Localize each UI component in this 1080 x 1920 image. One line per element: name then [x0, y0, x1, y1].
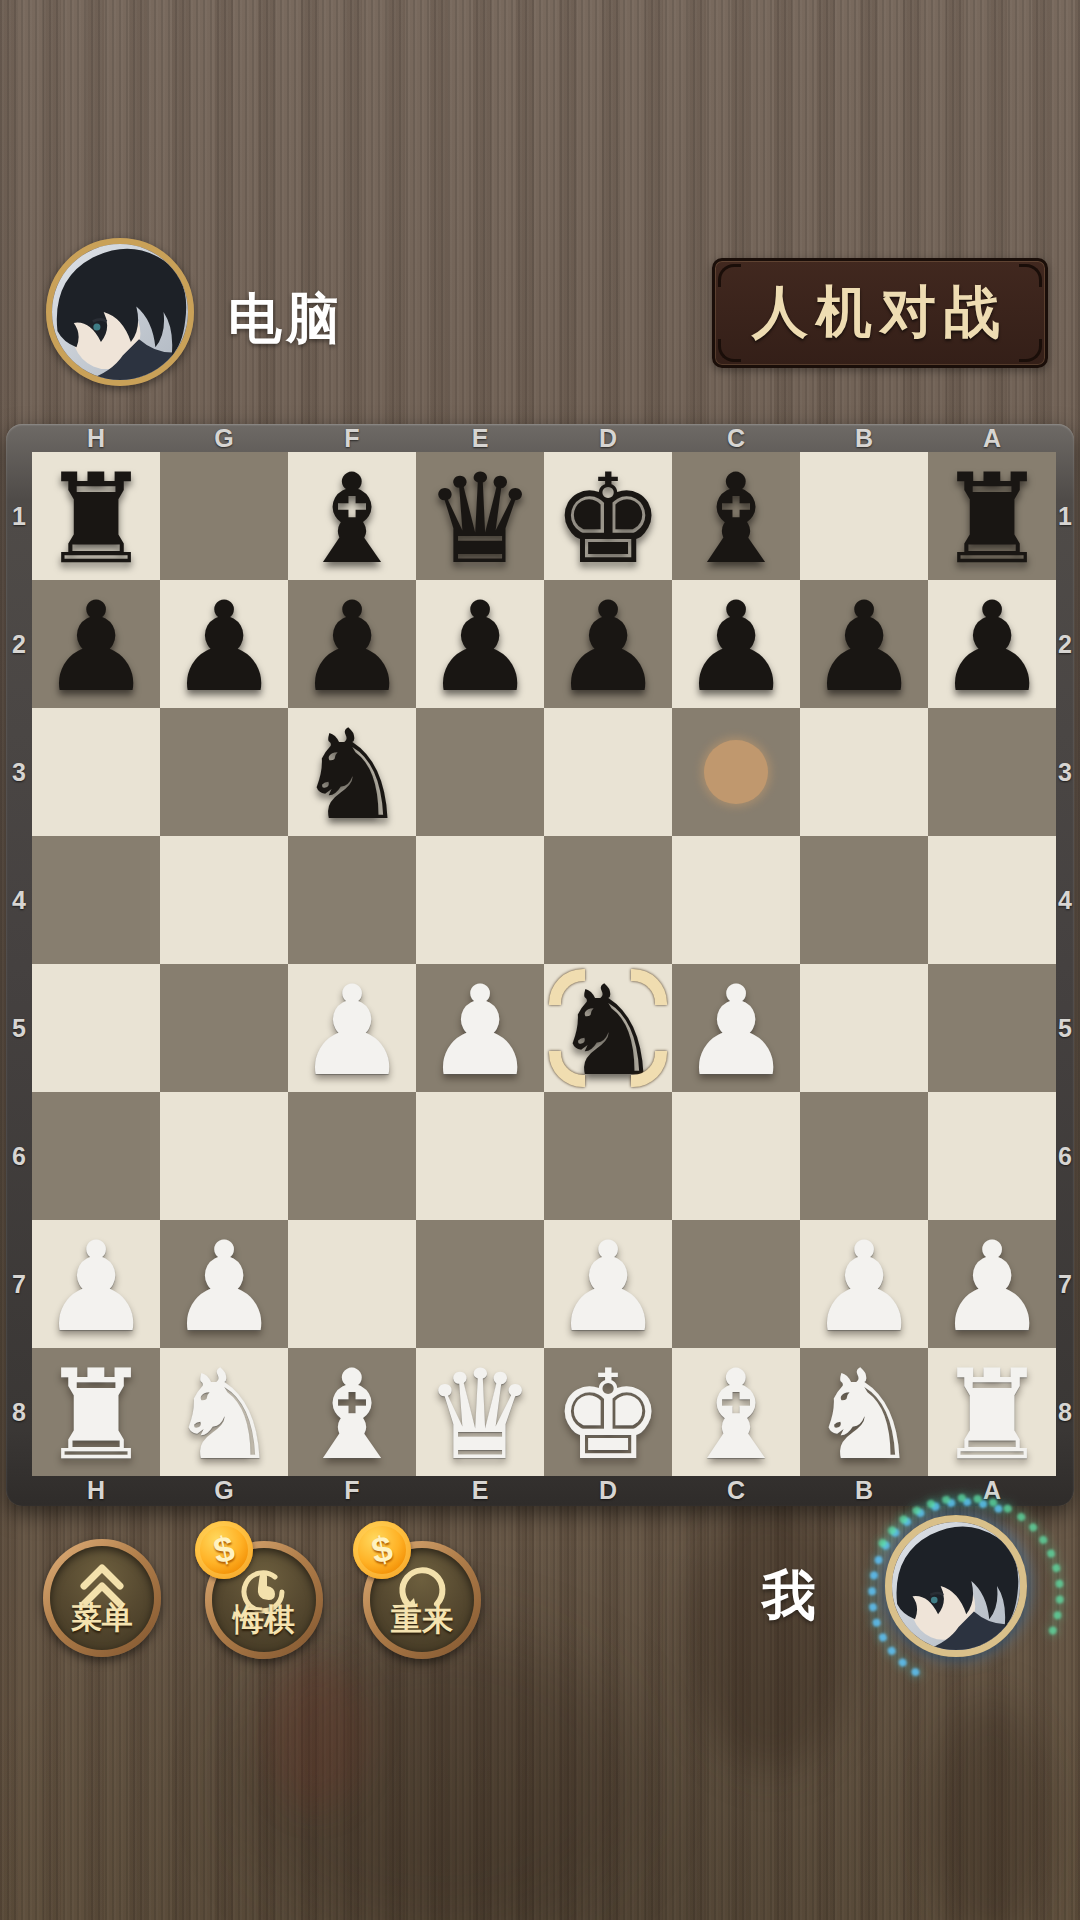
square-E2[interactable]: ♟: [416, 580, 544, 708]
piece-black-r[interactable]: ♜: [936, 457, 1047, 581]
square-D8[interactable]: ♚: [544, 1348, 672, 1476]
piece-black-p[interactable]: ♟: [296, 585, 407, 709]
coin-cost-badge: $: [195, 1521, 253, 1579]
square-H6[interactable]: [32, 1092, 160, 1220]
rank-label-8: 8: [6, 1348, 32, 1476]
rank-label-3: 3: [6, 708, 32, 836]
square-H2[interactable]: ♟: [32, 580, 160, 708]
square-D6[interactable]: [544, 1092, 672, 1220]
square-E1[interactable]: ♛: [416, 452, 544, 580]
piece-black-k[interactable]: ♚: [552, 457, 663, 581]
piece-white-n[interactable]: ♞: [168, 1353, 279, 1477]
square-D5[interactable]: ♞: [544, 964, 672, 1092]
square-F7[interactable]: [288, 1220, 416, 1348]
square-F8[interactable]: ♝: [288, 1348, 416, 1476]
opponent-name: 电脑: [228, 283, 344, 356]
piece-white-p[interactable]: ♟: [808, 1225, 919, 1349]
square-H8[interactable]: ♜: [32, 1348, 160, 1476]
menu-button-label: 菜单: [50, 1597, 154, 1639]
piece-white-p[interactable]: ♟: [424, 969, 535, 1093]
coin-cost-badge: $: [353, 1521, 411, 1579]
banner-corner-ornament: [718, 339, 741, 362]
undo-button-label: 悔棋: [212, 1599, 316, 1641]
square-E8[interactable]: ♛: [416, 1348, 544, 1476]
opponent-avatar[interactable]: [46, 238, 194, 386]
file-labels-top: HGFEDCBA: [32, 424, 1056, 452]
square-F5[interactable]: ♟: [288, 964, 416, 1092]
piece-black-p[interactable]: ♟: [40, 585, 151, 709]
undo-button[interactable]: 悔棋 $: [205, 1541, 323, 1659]
piece-white-p[interactable]: ♟: [936, 1225, 1047, 1349]
square-A3[interactable]: [928, 708, 1056, 836]
piece-black-n[interactable]: ♞: [552, 969, 663, 1093]
piece-black-p[interactable]: ♟: [680, 585, 791, 709]
rank-label-1: 1: [1056, 452, 1074, 580]
piece-white-r[interactable]: ♜: [40, 1353, 151, 1477]
square-B5[interactable]: [800, 964, 928, 1092]
square-A2[interactable]: ♟: [928, 580, 1056, 708]
square-A1[interactable]: ♜: [928, 452, 1056, 580]
rank-label-5: 5: [1056, 964, 1074, 1092]
square-H5[interactable]: [32, 964, 160, 1092]
square-F2[interactable]: ♟: [288, 580, 416, 708]
board-grid: ♜♝♛♚♝♜♟♟♟♟♟♟♟♟♞♟♟♞♟♟♟♟♟♟♜♞♝♛♚♝♞♜: [32, 452, 1056, 1476]
rank-label-8: 8: [1056, 1348, 1074, 1476]
square-B1[interactable]: [800, 452, 928, 580]
rank-label-7: 7: [6, 1220, 32, 1348]
rank-label-7: 7: [1056, 1220, 1074, 1348]
square-E6[interactable]: [416, 1092, 544, 1220]
square-C7[interactable]: [672, 1220, 800, 1348]
rank-label-6: 6: [6, 1092, 32, 1220]
piece-white-b[interactable]: ♝: [296, 1353, 407, 1477]
square-C2[interactable]: ♟: [672, 580, 800, 708]
square-C4[interactable]: [672, 836, 800, 964]
square-G5[interactable]: [160, 964, 288, 1092]
square-B2[interactable]: ♟: [800, 580, 928, 708]
piece-black-b[interactable]: ♝: [680, 457, 791, 581]
rank-label-4: 4: [1056, 836, 1074, 964]
square-D3[interactable]: [544, 708, 672, 836]
square-A8[interactable]: ♜: [928, 1348, 1056, 1476]
menu-button[interactable]: 菜单: [43, 1539, 161, 1657]
banner-corner-ornament: [718, 264, 741, 287]
square-E7[interactable]: [416, 1220, 544, 1348]
square-E3[interactable]: [416, 708, 544, 836]
square-D1[interactable]: ♚: [544, 452, 672, 580]
square-H4[interactable]: [32, 836, 160, 964]
my-avatar-glow-wrap: [885, 1515, 1027, 1657]
square-A6[interactable]: [928, 1092, 1056, 1220]
piece-white-p[interactable]: ♟: [40, 1225, 151, 1349]
square-D7[interactable]: ♟: [544, 1220, 672, 1348]
square-A5[interactable]: [928, 964, 1056, 1092]
square-C6[interactable]: [672, 1092, 800, 1220]
piece-black-p[interactable]: ♟: [424, 585, 535, 709]
piece-black-r[interactable]: ♜: [40, 457, 151, 581]
square-A4[interactable]: [928, 836, 1056, 964]
wood-stain: [690, 1500, 850, 1770]
game-mode-banner: 人机对战: [712, 258, 1048, 368]
piece-black-p[interactable]: ♟: [168, 585, 279, 709]
square-B6[interactable]: [800, 1092, 928, 1220]
rank-label-2: 2: [1056, 580, 1074, 708]
square-D2[interactable]: ♟: [544, 580, 672, 708]
rank-label-2: 2: [6, 580, 32, 708]
square-F6[interactable]: [288, 1092, 416, 1220]
piece-white-b[interactable]: ♝: [680, 1353, 791, 1477]
piece-black-p[interactable]: ♟: [936, 585, 1047, 709]
square-C1[interactable]: ♝: [672, 452, 800, 580]
piece-black-b[interactable]: ♝: [296, 457, 407, 581]
square-B4[interactable]: [800, 836, 928, 964]
restart-button-label: 重来: [370, 1599, 474, 1641]
square-G4[interactable]: [160, 836, 288, 964]
square-C3[interactable]: [672, 708, 800, 836]
my-name: 我: [762, 1560, 820, 1633]
piece-white-p[interactable]: ♟: [168, 1225, 279, 1349]
piece-black-p[interactable]: ♟: [552, 585, 663, 709]
piece-white-k[interactable]: ♚: [552, 1353, 663, 1477]
my-avatar[interactable]: [885, 1515, 1027, 1657]
anime-boy-avatar-image: [52, 244, 188, 380]
piece-white-n[interactable]: ♞: [808, 1353, 919, 1477]
square-G7[interactable]: ♟: [160, 1220, 288, 1348]
square-G1[interactable]: [160, 452, 288, 580]
coin-dollar-symbol: $: [368, 1527, 396, 1572]
rank-labels-left: 12345678: [6, 452, 32, 1476]
square-F4[interactable]: [288, 836, 416, 964]
piece-white-p[interactable]: ♟: [552, 1225, 663, 1349]
square-H7[interactable]: ♟: [32, 1220, 160, 1348]
square-B7[interactable]: ♟: [800, 1220, 928, 1348]
square-B3[interactable]: [800, 708, 928, 836]
rank-label-6: 6: [1056, 1092, 1074, 1220]
file-label-G: G: [160, 424, 288, 452]
rank-label-3: 3: [1056, 708, 1074, 836]
rank-label-5: 5: [6, 964, 32, 1092]
piece-white-p[interactable]: ♟: [296, 969, 407, 1093]
wood-stain: [930, 1700, 1050, 1920]
piece-black-q[interactable]: ♛: [424, 457, 535, 581]
square-C8[interactable]: ♝: [672, 1348, 800, 1476]
wood-stain: [240, 1630, 640, 1920]
square-C5[interactable]: ♟: [672, 964, 800, 1092]
rank-label-4: 4: [6, 836, 32, 964]
square-F1[interactable]: ♝: [288, 452, 416, 580]
square-B8[interactable]: ♞: [800, 1348, 928, 1476]
file-label-B: B: [800, 424, 928, 452]
game-mode-label: 人机对战: [752, 275, 1008, 351]
anime-boy-avatar-image: [892, 1522, 1020, 1650]
chess-board: HGFEDCBA HGFEDCBA 12345678 12345678 ♜♝♛♚…: [6, 424, 1074, 1506]
piece-black-n[interactable]: ♞: [296, 713, 407, 837]
square-H1[interactable]: ♜: [32, 452, 160, 580]
coin-dollar-symbol: $: [210, 1527, 238, 1572]
piece-white-p[interactable]: ♟: [680, 969, 791, 1093]
banner-corner-ornament: [1019, 264, 1042, 287]
square-A7[interactable]: ♟: [928, 1220, 1056, 1348]
piece-black-p[interactable]: ♟: [808, 585, 919, 709]
square-E5[interactable]: ♟: [416, 964, 544, 1092]
piece-white-r[interactable]: ♜: [936, 1353, 1047, 1477]
piece-white-q[interactable]: ♛: [424, 1353, 535, 1477]
square-H3[interactable]: [32, 708, 160, 836]
square-F3[interactable]: ♞: [288, 708, 416, 836]
square-E4[interactable]: [416, 836, 544, 964]
square-G6[interactable]: [160, 1092, 288, 1220]
wood-stain: [266, 1660, 366, 1810]
rank-labels-right: 12345678: [1056, 452, 1074, 1476]
square-G2[interactable]: ♟: [160, 580, 288, 708]
banner-corner-ornament: [1019, 339, 1042, 362]
rank-label-1: 1: [6, 452, 32, 580]
restart-button[interactable]: 重来 $: [363, 1541, 481, 1659]
square-D4[interactable]: [544, 836, 672, 964]
square-G3[interactable]: [160, 708, 288, 836]
square-G8[interactable]: ♞: [160, 1348, 288, 1476]
